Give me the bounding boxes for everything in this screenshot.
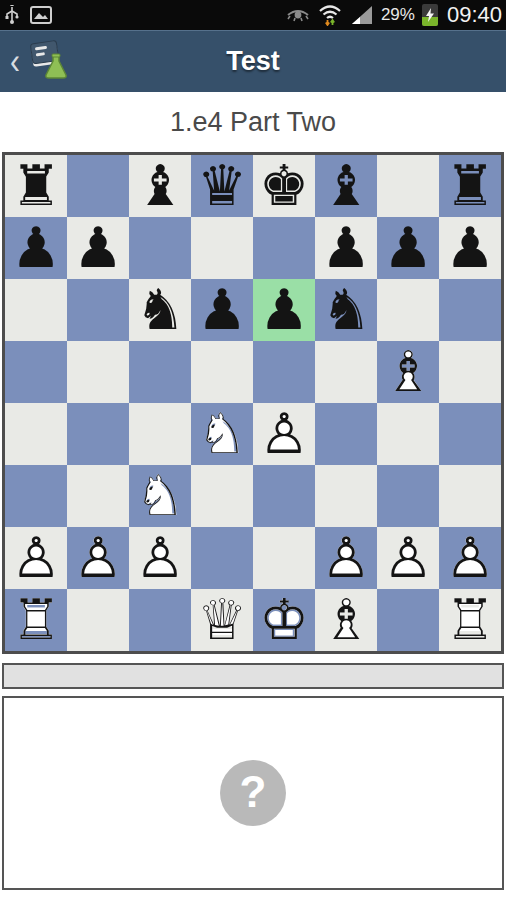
square-c5[interactable] [129, 341, 191, 403]
square-h1[interactable]: ♜♖ [439, 589, 501, 651]
square-c2[interactable]: ♟♙ [129, 527, 191, 589]
black-knight-f6: ♞ [315, 279, 377, 341]
black-king-e8: ♚ [253, 155, 315, 217]
square-g6[interactable] [377, 279, 439, 341]
square-a4[interactable] [5, 403, 67, 465]
square-a3[interactable] [5, 465, 67, 527]
square-g3[interactable] [377, 465, 439, 527]
back-button[interactable]: ‹ [0, 33, 76, 91]
square-d5[interactable] [191, 341, 253, 403]
square-e5[interactable] [253, 341, 315, 403]
square-a6[interactable] [5, 279, 67, 341]
white-knight-c3: ♞♘ [129, 465, 191, 527]
white-pawn-b2: ♟♙ [67, 527, 129, 589]
square-e7[interactable] [253, 217, 315, 279]
square-e2[interactable] [253, 527, 315, 589]
square-d8[interactable]: ♛ [191, 155, 253, 217]
white-bishop-f1: ♝♗ [315, 589, 377, 651]
square-a7[interactable]: ♟ [5, 217, 67, 279]
white-pawn-e4: ♟♙ [253, 403, 315, 465]
square-f7[interactable]: ♟ [315, 217, 377, 279]
chess-board-frame: ♜♝♛♚♝♜♟♟♟♟♟♞♟♟♞♝♗♞♘♟♙♞♘♟♙♟♙♟♙♟♙♟♙♟♙♜♖♛♕♚… [2, 152, 504, 654]
square-d7[interactable] [191, 217, 253, 279]
black-pawn-a7: ♟ [5, 217, 67, 279]
battery-charging-icon [422, 4, 438, 26]
square-g8[interactable] [377, 155, 439, 217]
square-h4[interactable] [439, 403, 501, 465]
black-pawn-g7: ♟ [377, 217, 439, 279]
square-b5[interactable] [67, 341, 129, 403]
square-e1[interactable]: ♚♔ [253, 589, 315, 651]
square-b6[interactable] [67, 279, 129, 341]
square-a8[interactable]: ♜ [5, 155, 67, 217]
black-pawn-b7: ♟ [67, 217, 129, 279]
white-pawn-c2: ♟♙ [129, 527, 191, 589]
square-e4[interactable]: ♟♙ [253, 403, 315, 465]
square-b3[interactable] [67, 465, 129, 527]
lesson-subtitle-row: 1.e4 Part Two [0, 92, 506, 152]
square-b7[interactable]: ♟ [67, 217, 129, 279]
square-h2[interactable]: ♟♙ [439, 527, 501, 589]
square-g4[interactable] [377, 403, 439, 465]
square-b8[interactable] [67, 155, 129, 217]
square-h5[interactable] [439, 341, 501, 403]
square-f5[interactable] [315, 341, 377, 403]
square-c7[interactable] [129, 217, 191, 279]
answer-panel[interactable]: ? [2, 696, 504, 890]
square-c4[interactable] [129, 403, 191, 465]
black-pawn-d6: ♟ [191, 279, 253, 341]
wifi-updown-icon [317, 4, 343, 26]
square-e6[interactable]: ♟ [253, 279, 315, 341]
black-bishop-f8: ♝ [315, 155, 377, 217]
eye-icon [286, 7, 310, 23]
square-d3[interactable] [191, 465, 253, 527]
white-pawn-f2: ♟♙ [315, 527, 377, 589]
white-rook-a1: ♜♖ [5, 589, 67, 651]
square-d1[interactable]: ♛♕ [191, 589, 253, 651]
signal-icon [350, 5, 374, 25]
square-h8[interactable]: ♜ [439, 155, 501, 217]
square-d6[interactable]: ♟ [191, 279, 253, 341]
status-time: 09:40 [447, 2, 502, 28]
square-e3[interactable] [253, 465, 315, 527]
black-knight-c6: ♞ [129, 279, 191, 341]
app-header: ‹ Test [0, 30, 506, 92]
chess-board[interactable]: ♜♝♛♚♝♜♟♟♟♟♟♞♟♟♞♝♗♞♘♟♙♞♘♟♙♟♙♟♙♟♙♟♙♟♙♜♖♛♕♚… [5, 155, 501, 651]
square-h7[interactable]: ♟ [439, 217, 501, 279]
square-f2[interactable]: ♟♙ [315, 527, 377, 589]
usb-icon [4, 5, 20, 25]
square-c8[interactable]: ♝ [129, 155, 191, 217]
square-b4[interactable] [67, 403, 129, 465]
white-rook-h1: ♜♖ [439, 589, 501, 651]
square-e8[interactable]: ♚ [253, 155, 315, 217]
black-pawn-h7: ♟ [439, 217, 501, 279]
square-a2[interactable]: ♟♙ [5, 527, 67, 589]
gallery-icon [30, 6, 52, 24]
battery-percent: 29% [381, 5, 415, 25]
square-h3[interactable] [439, 465, 501, 527]
square-g5[interactable]: ♝♗ [377, 341, 439, 403]
square-g2[interactable]: ♟♙ [377, 527, 439, 589]
white-pawn-a2: ♟♙ [5, 527, 67, 589]
black-bishop-c8: ♝ [129, 155, 191, 217]
square-b1[interactable] [67, 589, 129, 651]
black-queen-d8: ♛ [191, 155, 253, 217]
square-g1[interactable] [377, 589, 439, 651]
white-bishop-g5: ♝♗ [377, 341, 439, 403]
black-rook-h8: ♜ [439, 155, 501, 217]
square-f8[interactable]: ♝ [315, 155, 377, 217]
square-d2[interactable] [191, 527, 253, 589]
lesson-subtitle: 1.e4 Part Two [170, 107, 336, 138]
square-a5[interactable] [5, 341, 67, 403]
status-bar: 29% 09:40 [0, 0, 506, 30]
black-pawn-e6: ♟ [253, 279, 315, 341]
square-h6[interactable] [439, 279, 501, 341]
square-c3[interactable]: ♞♘ [129, 465, 191, 527]
book-flask-icon [26, 39, 72, 85]
black-pawn-f7: ♟ [315, 217, 377, 279]
square-d4[interactable]: ♞♘ [191, 403, 253, 465]
square-f1[interactable]: ♝♗ [315, 589, 377, 651]
square-f3[interactable] [315, 465, 377, 527]
square-c1[interactable] [129, 589, 191, 651]
square-c6[interactable]: ♞ [129, 279, 191, 341]
question-mark-icon: ? [220, 760, 286, 826]
black-rook-a8: ♜ [5, 155, 67, 217]
square-b2[interactable]: ♟♙ [67, 527, 129, 589]
square-g7[interactable]: ♟ [377, 217, 439, 279]
square-f4[interactable] [315, 403, 377, 465]
white-pawn-h2: ♟♙ [439, 527, 501, 589]
white-knight-d4: ♞♘ [191, 403, 253, 465]
square-a1[interactable]: ♜♖ [5, 589, 67, 651]
white-queen-d1: ♛♕ [191, 589, 253, 651]
back-chevron-icon: ‹ [10, 44, 20, 80]
move-list-bar [2, 663, 504, 689]
white-pawn-g2: ♟♙ [377, 527, 439, 589]
square-f6[interactable]: ♞ [315, 279, 377, 341]
white-king-e1: ♚♔ [253, 589, 315, 651]
